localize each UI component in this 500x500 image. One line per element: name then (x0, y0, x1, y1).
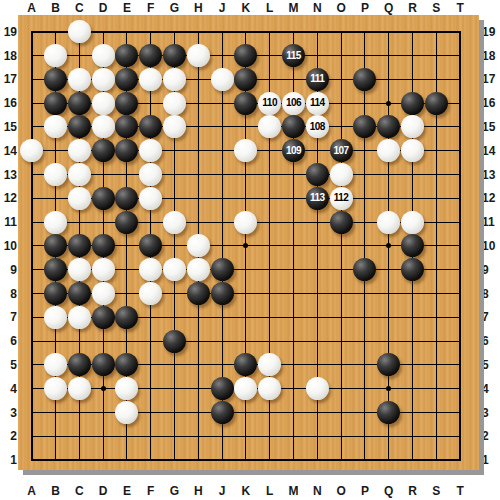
row-label-right-15: 15 (482, 120, 500, 134)
stone-white-C17 (68, 68, 91, 91)
row-label-left-15: 15 (1, 120, 17, 134)
stone-black-E11 (115, 211, 138, 234)
stone-black-D5 (92, 353, 115, 376)
stone-black-D10 (92, 234, 115, 257)
stone-white-C9 (68, 258, 91, 281)
stone-black-J4 (211, 377, 234, 400)
move-number-label-M14: 109 (286, 146, 301, 156)
stone-white-D9 (92, 258, 115, 281)
coord-label-top-L: L (260, 1, 280, 15)
coord-label-top-C: C (69, 1, 89, 15)
stone-black-N12: 113 (306, 187, 329, 210)
row-label-right-18: 18 (482, 49, 500, 63)
coord-label-bottom-H: H (188, 484, 208, 498)
row-label-right-8: 8 (482, 287, 500, 301)
stone-black-K16 (234, 92, 257, 115)
coord-label-bottom-R: R (403, 484, 423, 498)
coord-label-bottom-T: T (450, 484, 470, 498)
coord-label-top-A: A (22, 1, 42, 15)
row-label-left-16: 16 (1, 96, 17, 110)
row-label-left-17: 17 (1, 72, 17, 86)
row-label-left-7: 7 (1, 310, 17, 324)
stone-white-B18 (44, 44, 67, 67)
coord-label-top-T: T (450, 1, 470, 15)
coord-label-top-Q: Q (379, 1, 399, 15)
stone-black-J3 (211, 401, 234, 424)
coord-label-bottom-B: B (46, 484, 66, 498)
move-number-label-O14: 107 (334, 146, 349, 156)
stone-white-D15 (92, 115, 115, 138)
stone-white-O13 (330, 163, 353, 186)
row-label-right-11: 11 (482, 215, 500, 229)
stone-white-N16: 114 (306, 92, 329, 115)
row-label-left-1: 1 (1, 453, 17, 467)
coord-label-bottom-A: A (22, 484, 42, 498)
stone-black-B16 (44, 92, 67, 115)
stone-white-C14 (68, 139, 91, 162)
coord-label-top-J: J (212, 1, 232, 15)
stone-black-M18: 115 (282, 44, 305, 67)
row-label-left-5: 5 (1, 358, 17, 372)
stone-white-C13 (68, 163, 91, 186)
coord-label-bottom-M: M (284, 484, 304, 498)
coord-label-top-G: G (165, 1, 185, 15)
coord-label-top-D: D (93, 1, 113, 15)
stone-white-G16 (163, 92, 186, 115)
coord-label-bottom-O: O (331, 484, 351, 498)
coord-label-top-S: S (426, 1, 446, 15)
go-board-page: ABCDEFGHJKLMNOPQRST ABCDEFGHJKLMNOPQRST … (0, 0, 500, 500)
coord-label-top-K: K (236, 1, 256, 15)
stone-white-M16: 106 (282, 92, 305, 115)
star-point-Q16 (386, 101, 391, 106)
stone-white-F12 (139, 187, 162, 210)
row-label-left-18: 18 (1, 49, 17, 63)
stone-white-D17 (92, 68, 115, 91)
move-number-label-M18: 115 (286, 51, 301, 61)
stone-white-D8 (92, 282, 115, 305)
row-label-left-19: 19 (1, 25, 17, 39)
stone-white-G11 (163, 211, 186, 234)
coord-label-bottom-C: C (69, 484, 89, 498)
row-label-right-1: 1 (482, 453, 500, 467)
stone-white-O12: 112 (330, 187, 353, 210)
grid-line-horizontal (32, 436, 460, 437)
stone-white-N4 (306, 377, 329, 400)
coord-label-bottom-N: N (307, 484, 327, 498)
stone-white-F17 (139, 68, 162, 91)
row-label-left-10: 10 (1, 239, 17, 253)
stone-white-H18 (187, 44, 210, 67)
coord-label-bottom-D: D (93, 484, 113, 498)
stone-black-G6 (163, 330, 186, 353)
grid-line-vertical (364, 32, 365, 460)
row-label-right-12: 12 (482, 191, 500, 205)
grid-line-horizontal (32, 341, 460, 342)
coord-label-bottom-Q: Q (379, 484, 399, 498)
stone-white-C12 (68, 187, 91, 210)
coord-label-bottom-G: G (165, 484, 185, 498)
coord-label-top-O: O (331, 1, 351, 15)
row-label-right-17: 17 (482, 72, 500, 86)
coord-label-bottom-S: S (426, 484, 446, 498)
stone-white-L16: 110 (258, 92, 281, 115)
coord-label-bottom-J: J (212, 484, 232, 498)
row-label-right-14: 14 (482, 144, 500, 158)
stone-white-R11 (401, 211, 424, 234)
row-label-left-9: 9 (1, 263, 17, 277)
move-number-label-M16: 106 (286, 98, 301, 108)
coord-label-bottom-E: E (117, 484, 137, 498)
stone-white-D16 (92, 92, 115, 115)
coord-label-top-M: M (284, 1, 304, 15)
row-label-right-2: 2 (482, 429, 500, 443)
stone-white-J17 (211, 68, 234, 91)
stone-black-B17 (44, 68, 67, 91)
move-number-label-O12: 112 (334, 193, 349, 203)
grid-line-vertical (341, 32, 342, 460)
row-label-left-14: 14 (1, 144, 17, 158)
stone-black-J8 (211, 282, 234, 305)
stone-black-B8 (44, 282, 67, 305)
row-label-left-2: 2 (1, 429, 17, 443)
stone-black-D7 (92, 306, 115, 329)
coord-label-top-F: F (141, 1, 161, 15)
coord-label-top-R: R (403, 1, 423, 15)
coord-label-top-H: H (188, 1, 208, 15)
stone-black-O11 (330, 211, 353, 234)
stone-white-D18 (92, 44, 115, 67)
stone-black-C16 (68, 92, 91, 115)
row-label-left-11: 11 (1, 215, 17, 229)
stone-black-C8 (68, 282, 91, 305)
stone-white-C19 (68, 20, 91, 43)
row-label-right-9: 9 (482, 263, 500, 277)
move-number-label-L16: 110 (262, 98, 277, 108)
stone-white-G17 (163, 68, 186, 91)
coord-label-top-B: B (46, 1, 66, 15)
stone-black-G18 (163, 44, 186, 67)
coord-label-top-E: E (117, 1, 137, 15)
stone-white-B7 (44, 306, 67, 329)
row-label-left-3: 3 (1, 406, 17, 420)
stone-white-B11 (44, 211, 67, 234)
goban[interactable]: 115111110106114108109107113112 (18, 15, 479, 470)
stone-black-D14 (92, 139, 115, 162)
stone-black-R16 (401, 92, 424, 115)
row-label-right-13: 13 (482, 168, 500, 182)
row-label-left-8: 8 (1, 287, 17, 301)
coord-label-top-N: N (307, 1, 327, 15)
stone-black-N17: 111 (306, 68, 329, 91)
star-point-D4 (101, 386, 106, 391)
move-number-label-N15: 108 (310, 122, 325, 132)
stone-white-Q11 (377, 211, 400, 234)
stone-black-S16 (425, 92, 448, 115)
row-label-right-19: 19 (482, 25, 500, 39)
row-label-left-12: 12 (1, 191, 17, 205)
stone-white-K11 (234, 211, 257, 234)
coord-label-bottom-L: L (260, 484, 280, 498)
stone-white-C7 (68, 306, 91, 329)
row-label-right-16: 16 (482, 96, 500, 110)
coord-label-bottom-P: P (355, 484, 375, 498)
stone-white-C4 (68, 377, 91, 400)
move-number-label-N17: 111 (310, 74, 324, 84)
stone-white-H9 (187, 258, 210, 281)
row-label-right-7: 7 (482, 310, 500, 324)
row-label-right-6: 6 (482, 334, 500, 348)
row-label-right-4: 4 (482, 382, 500, 396)
move-number-label-N12: 113 (310, 193, 325, 203)
row-label-right-3: 3 (482, 406, 500, 420)
stone-white-B13 (44, 163, 67, 186)
stone-black-H8 (187, 282, 210, 305)
stone-black-J9 (211, 258, 234, 281)
coord-label-bottom-F: F (141, 484, 161, 498)
row-label-right-10: 10 (482, 239, 500, 253)
row-label-left-13: 13 (1, 168, 17, 182)
row-label-left-4: 4 (1, 382, 17, 396)
stone-black-E16 (115, 92, 138, 115)
coord-label-top-P: P (355, 1, 375, 15)
row-label-right-5: 5 (482, 358, 500, 372)
stone-black-D12 (92, 187, 115, 210)
move-number-label-N16: 114 (310, 98, 325, 108)
stone-black-O14: 107 (330, 139, 353, 162)
row-label-left-6: 6 (1, 334, 17, 348)
coord-label-bottom-K: K (236, 484, 256, 498)
stone-black-N13 (306, 163, 329, 186)
